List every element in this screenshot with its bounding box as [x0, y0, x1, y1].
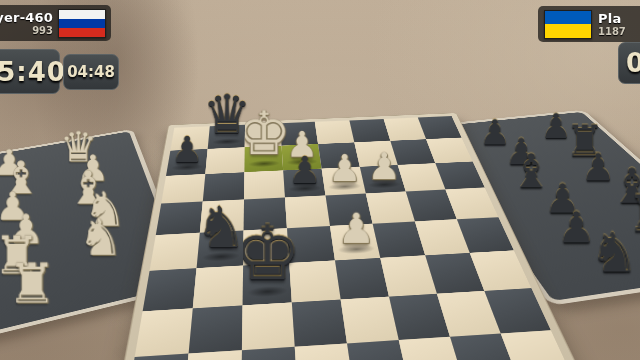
left-clock-secondary: 04:48 [63, 54, 119, 90]
ukraine-flag-icon [544, 10, 592, 39]
left-player-name: Player-460 [0, 10, 53, 25]
captured-black-n: ♞ [578, 208, 640, 280]
left-player-rating: 993 [32, 25, 53, 36]
white-p-e4[interactable]: ♟ [333, 180, 379, 249]
captured-white-n: ♞ [67, 197, 133, 263]
app-window: ♟♛♝♟♟♝♟♞♜♞♜ ♟♟♟♜♝♟♟♝♟♜♞ ♛♟♚♟♟♟♟♞♟♚ Playe… [0, 0, 640, 360]
right-player-rating: 1187 [598, 26, 626, 37]
white-k-c7[interactable]: ♚ [244, 105, 283, 163]
white-p-e6[interactable]: ♟ [324, 125, 365, 186]
russia-flag-icon [58, 9, 106, 38]
left-clock-primary: 05:40 [0, 49, 60, 94]
white-p-f6[interactable]: ♟ [364, 124, 405, 185]
captured-white-r: ♜ [0, 239, 67, 311]
right-player-plate: Pla 1187 [538, 6, 640, 42]
black-p-d6[interactable]: ♟ [284, 127, 325, 188]
left-player-plate: Player-460 993 [0, 5, 111, 41]
right-clock: 0 [618, 42, 640, 84]
right-player-name: Pla [598, 11, 621, 26]
black-k-c3[interactable]: ♚ [242, 218, 291, 292]
black-p-a7[interactable]: ♟ [167, 109, 206, 168]
